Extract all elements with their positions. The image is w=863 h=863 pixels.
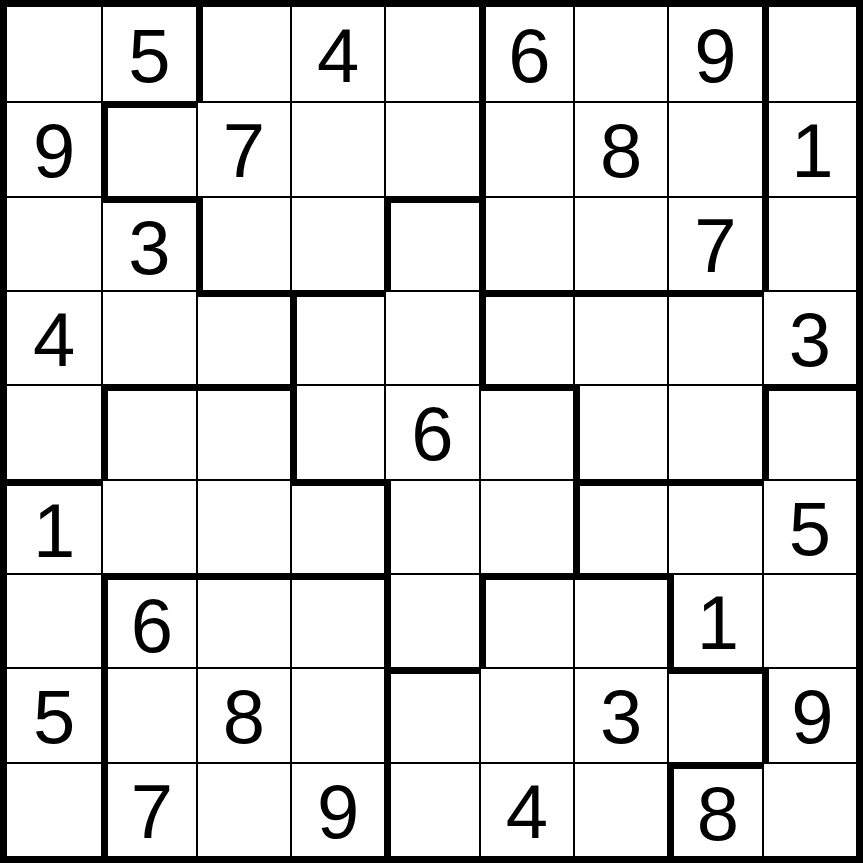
given-digit: 9 bbox=[33, 113, 75, 189]
given-digit: 1 bbox=[791, 113, 833, 189]
given-digit: 6 bbox=[131, 588, 173, 664]
cell-r6c1[interactable]: 1 bbox=[7, 479, 101, 573]
given-digit: 8 bbox=[600, 113, 642, 189]
cell-r2c2[interactable] bbox=[101, 101, 195, 195]
cell-r1c8[interactable]: 9 bbox=[667, 7, 761, 101]
given-digit: 4 bbox=[317, 18, 359, 94]
given-digit: 7 bbox=[131, 774, 173, 850]
cell-r3c4[interactable] bbox=[290, 196, 384, 290]
cell-r5c3[interactable] bbox=[196, 384, 290, 478]
cell-r3c7[interactable] bbox=[573, 196, 667, 290]
cell-r2c5[interactable] bbox=[384, 101, 478, 195]
cell-r5c9[interactable] bbox=[762, 384, 856, 478]
given-digit: 9 bbox=[694, 18, 736, 94]
cell-r9c1[interactable] bbox=[7, 762, 101, 856]
cell-r6c7[interactable] bbox=[573, 479, 667, 573]
cell-r9c9[interactable] bbox=[762, 762, 856, 856]
cell-r3c5[interactable] bbox=[384, 196, 478, 290]
cell-r2c4[interactable] bbox=[290, 101, 384, 195]
cell-r9c2[interactable]: 7 bbox=[101, 762, 195, 856]
given-digit: 1 bbox=[697, 585, 739, 661]
cell-r3c1[interactable] bbox=[7, 196, 101, 290]
cell-r1c3[interactable] bbox=[196, 7, 290, 101]
cell-r8c5[interactable] bbox=[384, 667, 478, 761]
cell-r4c6[interactable] bbox=[479, 290, 573, 384]
cell-r5c1[interactable] bbox=[7, 384, 101, 478]
cell-r2c8[interactable] bbox=[667, 101, 761, 195]
given-digit: 7 bbox=[223, 113, 265, 189]
cell-r7c7[interactable] bbox=[573, 573, 667, 667]
cell-r1c2[interactable]: 5 bbox=[101, 7, 195, 101]
given-digit: 3 bbox=[789, 302, 831, 378]
cell-r6c2[interactable] bbox=[101, 479, 195, 573]
cell-r8c9[interactable]: 9 bbox=[762, 667, 856, 761]
cell-r3c3[interactable] bbox=[196, 196, 290, 290]
given-digit: 5 bbox=[789, 491, 831, 567]
cell-r9c7[interactable] bbox=[573, 762, 667, 856]
cell-r2c7[interactable]: 8 bbox=[573, 101, 667, 195]
cell-r6c3[interactable] bbox=[196, 479, 290, 573]
given-digit: 8 bbox=[223, 679, 265, 755]
cell-r8c6[interactable] bbox=[479, 667, 573, 761]
cell-r8c4[interactable] bbox=[290, 667, 384, 761]
cell-r4c3[interactable] bbox=[196, 290, 290, 384]
cell-r3c2[interactable]: 3 bbox=[101, 196, 195, 290]
cell-r1c6[interactable]: 6 bbox=[479, 7, 573, 101]
cell-r9c6[interactable]: 4 bbox=[479, 762, 573, 856]
given-digit: 9 bbox=[317, 774, 359, 850]
given-digit: 5 bbox=[33, 679, 75, 755]
cell-r9c5[interactable] bbox=[384, 762, 478, 856]
cell-r6c8[interactable] bbox=[667, 479, 761, 573]
cell-r7c8[interactable]: 1 bbox=[667, 573, 761, 667]
given-digit: 6 bbox=[508, 18, 550, 94]
cell-r7c2[interactable]: 6 bbox=[101, 573, 195, 667]
cell-r4c4[interactable] bbox=[290, 290, 384, 384]
cell-r7c9[interactable] bbox=[762, 573, 856, 667]
cell-r5c8[interactable] bbox=[667, 384, 761, 478]
cell-r9c8[interactable]: 8 bbox=[667, 762, 761, 856]
cell-r6c9[interactable]: 5 bbox=[762, 479, 856, 573]
cell-r5c4[interactable] bbox=[290, 384, 384, 478]
cell-r2c9[interactable]: 1 bbox=[762, 101, 856, 195]
cell-r6c6[interactable] bbox=[479, 479, 573, 573]
cell-r8c1[interactable]: 5 bbox=[7, 667, 101, 761]
cell-r4c8[interactable] bbox=[667, 290, 761, 384]
cell-r8c7[interactable]: 3 bbox=[573, 667, 667, 761]
cell-r5c5[interactable]: 6 bbox=[384, 384, 478, 478]
cell-r2c3[interactable]: 7 bbox=[196, 101, 290, 195]
given-digit: 8 bbox=[697, 776, 739, 852]
cell-r9c4[interactable]: 9 bbox=[290, 762, 384, 856]
cell-r5c2[interactable] bbox=[101, 384, 195, 478]
given-digit: 4 bbox=[33, 302, 75, 378]
cell-r4c1[interactable]: 4 bbox=[7, 290, 101, 384]
cell-r9c3[interactable] bbox=[196, 762, 290, 856]
cell-r1c7[interactable] bbox=[573, 7, 667, 101]
cell-r7c4[interactable] bbox=[290, 573, 384, 667]
cell-r7c1[interactable] bbox=[7, 573, 101, 667]
cell-r7c5[interactable] bbox=[384, 573, 478, 667]
cell-r3c9[interactable] bbox=[762, 196, 856, 290]
cell-r8c2[interactable] bbox=[101, 667, 195, 761]
cell-r6c4[interactable] bbox=[290, 479, 384, 573]
cell-r1c5[interactable] bbox=[384, 7, 478, 101]
given-digit: 3 bbox=[128, 210, 170, 286]
cell-r3c8[interactable]: 7 bbox=[667, 196, 761, 290]
cell-r4c2[interactable] bbox=[101, 290, 195, 384]
given-digit: 5 bbox=[128, 18, 170, 94]
given-digit: 1 bbox=[33, 493, 75, 569]
given-digit: 9 bbox=[791, 679, 833, 755]
given-digit: 3 bbox=[600, 679, 642, 755]
given-digit: 4 bbox=[506, 774, 548, 850]
cell-r8c3[interactable]: 8 bbox=[196, 667, 290, 761]
cell-r5c6[interactable] bbox=[479, 384, 573, 478]
cell-r7c3[interactable] bbox=[196, 573, 290, 667]
cell-r5c7[interactable] bbox=[573, 384, 667, 478]
cell-r4c5[interactable] bbox=[384, 290, 478, 384]
given-digit: 6 bbox=[411, 396, 453, 472]
given-digit: 7 bbox=[694, 208, 736, 284]
cell-r1c1[interactable] bbox=[7, 7, 101, 101]
cell-r1c4[interactable]: 4 bbox=[290, 7, 384, 101]
cell-r2c1[interactable]: 9 bbox=[7, 101, 101, 195]
cell-r6c5[interactable] bbox=[384, 479, 478, 573]
cell-r3c6[interactable] bbox=[479, 196, 573, 290]
cell-r4c7[interactable] bbox=[573, 290, 667, 384]
cell-r1c9[interactable] bbox=[762, 7, 856, 101]
cell-r7c6[interactable] bbox=[479, 573, 573, 667]
puzzle-stage: 5469978137436156158397948 bbox=[0, 0, 863, 863]
cell-r8c8[interactable] bbox=[667, 667, 761, 761]
cell-r4c9[interactable]: 3 bbox=[762, 290, 856, 384]
jigsaw-sudoku-board: 5469978137436156158397948 bbox=[0, 0, 863, 863]
cell-r2c6[interactable] bbox=[479, 101, 573, 195]
